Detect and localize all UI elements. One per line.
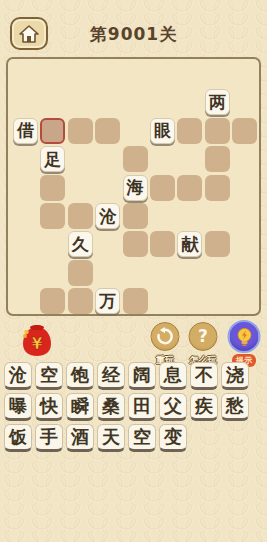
bulb-icon bbox=[235, 327, 253, 347]
board-slot[interactable] bbox=[205, 175, 230, 201]
tray-tile-character: 变 bbox=[164, 428, 182, 446]
tray-tile[interactable]: 疾 bbox=[190, 393, 218, 421]
board-tile: 沧 bbox=[95, 203, 120, 229]
board-slot[interactable] bbox=[123, 146, 148, 172]
tray-tile[interactable]: 手 bbox=[35, 424, 63, 452]
tray-tile-character: 不 bbox=[195, 366, 213, 384]
tray-tile[interactable]: 父 bbox=[159, 393, 187, 421]
tray-tile-character: 桑 bbox=[102, 397, 120, 415]
hint-button[interactable]: 提示 bbox=[221, 320, 267, 364]
board-slot[interactable] bbox=[40, 175, 65, 201]
board-slot[interactable] bbox=[205, 118, 230, 144]
tray-row: 沧空饱经阔息不浇 bbox=[4, 362, 263, 390]
tray-tile[interactable]: 快 bbox=[35, 393, 63, 421]
tray-tile[interactable]: 饭 bbox=[4, 424, 32, 452]
tray-tile-character: 手 bbox=[40, 428, 58, 446]
tray-tile[interactable]: 变 bbox=[159, 424, 187, 452]
tray-tile[interactable]: 经 bbox=[97, 362, 125, 390]
tray-tile-character: 浇 bbox=[226, 366, 244, 384]
tile-character: 沧 bbox=[99, 208, 116, 225]
question-icon: ? bbox=[198, 328, 208, 345]
board-slot[interactable] bbox=[205, 231, 230, 257]
tray-tile[interactable]: 沧 bbox=[4, 362, 32, 390]
tray-tile[interactable]: 空 bbox=[35, 362, 63, 390]
board-slot[interactable] bbox=[123, 203, 148, 229]
tray-tile[interactable]: 曝 bbox=[4, 393, 32, 421]
tray-tile-character: 空 bbox=[133, 428, 151, 446]
tray-tile-character: 空 bbox=[40, 366, 58, 384]
tray-tile[interactable]: 浇 bbox=[221, 362, 249, 390]
tray-tile[interactable]: 不 bbox=[190, 362, 218, 390]
board-tile: 献 bbox=[177, 231, 202, 257]
tray-row: 饭手酒天空变 bbox=[4, 424, 263, 452]
money-bag-button[interactable]: ¥ bbox=[20, 319, 54, 358]
board-slot[interactable] bbox=[177, 175, 202, 201]
tile-character: 献 bbox=[181, 236, 198, 253]
tray-tile-character: 酒 bbox=[71, 428, 89, 446]
board-tile: 久 bbox=[68, 231, 93, 257]
board-slot[interactable] bbox=[68, 203, 93, 229]
tray-tile[interactable]: 息 bbox=[159, 362, 187, 390]
board-slot[interactable] bbox=[95, 118, 120, 144]
tile-character: 借 bbox=[17, 122, 34, 139]
tray-tile-character: 经 bbox=[102, 366, 120, 384]
board-slot[interactable] bbox=[205, 146, 230, 172]
tray-tile[interactable]: 天 bbox=[97, 424, 125, 452]
board-tile: 海 bbox=[123, 175, 148, 201]
tray-tile[interactable]: 田 bbox=[128, 393, 156, 421]
tray-tile-character: 沧 bbox=[9, 366, 27, 384]
board-slot[interactable] bbox=[123, 288, 148, 314]
tray-tile-character: 阔 bbox=[133, 366, 151, 384]
tray-tile-character: 疾 bbox=[195, 397, 213, 415]
page-title: 第9001关 bbox=[0, 23, 267, 46]
board-tile: 万 bbox=[95, 288, 120, 314]
board-tile: 借 bbox=[13, 118, 38, 144]
tray-tile-character: 父 bbox=[164, 397, 182, 415]
board-slot-selected[interactable] bbox=[40, 118, 65, 144]
board-slot[interactable] bbox=[232, 118, 257, 144]
tray-row: 曝快瞬桑田父疾愁 bbox=[4, 393, 263, 421]
how-to-play-button[interactable]: ? 怎么玩 bbox=[180, 320, 226, 364]
board-slot[interactable] bbox=[150, 175, 175, 201]
tray-tile-character: 息 bbox=[164, 366, 182, 384]
tray-tile[interactable]: 阔 bbox=[128, 362, 156, 390]
tile-character: 足 bbox=[44, 151, 61, 168]
tile-character: 海 bbox=[127, 179, 144, 196]
tray-tile[interactable]: 空 bbox=[128, 424, 156, 452]
refresh-icon bbox=[156, 327, 175, 346]
board-slot[interactable] bbox=[40, 203, 65, 229]
crossword-board: 两借眼足海沧久献万 bbox=[6, 57, 261, 316]
tray-tile-character: 瞬 bbox=[71, 397, 89, 415]
board-slot[interactable] bbox=[40, 288, 65, 314]
tile-character: 万 bbox=[99, 293, 116, 310]
tray-tile[interactable]: 瞬 bbox=[66, 393, 94, 421]
tile-character: 久 bbox=[72, 236, 89, 253]
tray-tile-character: 愁 bbox=[226, 397, 244, 415]
board-tile: 两 bbox=[205, 89, 230, 115]
board-slot[interactable] bbox=[68, 288, 93, 314]
tray-tile[interactable]: 桑 bbox=[97, 393, 125, 421]
tile-character: 两 bbox=[209, 94, 226, 111]
board-slot[interactable] bbox=[150, 231, 175, 257]
letter-tray: 沧空饱经阔息不浇曝快瞬桑田父疾愁饭手酒天空变 bbox=[4, 362, 263, 455]
yuan-symbol: ¥ bbox=[31, 334, 42, 353]
tray-tile-character: 田 bbox=[133, 397, 151, 415]
tray-tile-character: 饭 bbox=[9, 428, 27, 446]
tray-tile[interactable]: 饱 bbox=[66, 362, 94, 390]
board-tile: 眼 bbox=[150, 118, 175, 144]
board-slot[interactable] bbox=[177, 118, 202, 144]
board-tile: 足 bbox=[40, 146, 65, 172]
tray-tile-character: 快 bbox=[40, 397, 58, 415]
tray-tile-character: 饱 bbox=[71, 366, 89, 384]
board-slot[interactable] bbox=[123, 231, 148, 257]
tile-character: 眼 bbox=[154, 122, 171, 139]
board-slot[interactable] bbox=[68, 260, 93, 286]
tray-tile-character: 天 bbox=[102, 428, 120, 446]
tray-tile[interactable]: 愁 bbox=[221, 393, 249, 421]
board-slot[interactable] bbox=[68, 118, 93, 144]
tray-tile[interactable]: 酒 bbox=[66, 424, 94, 452]
tray-tile-character: 曝 bbox=[9, 397, 27, 415]
game-screen: 第9001关 两借眼足海沧久献万 ¥ 重玩 ? 怎么玩 bbox=[0, 0, 267, 542]
